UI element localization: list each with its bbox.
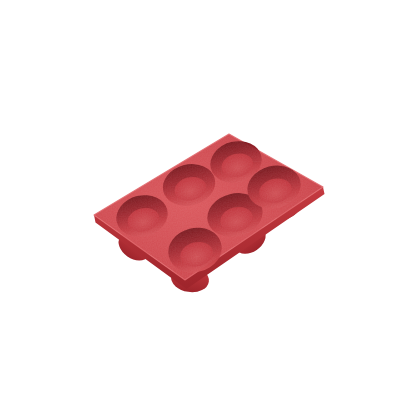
muffin-pan-illustration — [0, 0, 420, 420]
muffin-pan — [80, 120, 340, 295]
product-photo — [0, 0, 420, 420]
